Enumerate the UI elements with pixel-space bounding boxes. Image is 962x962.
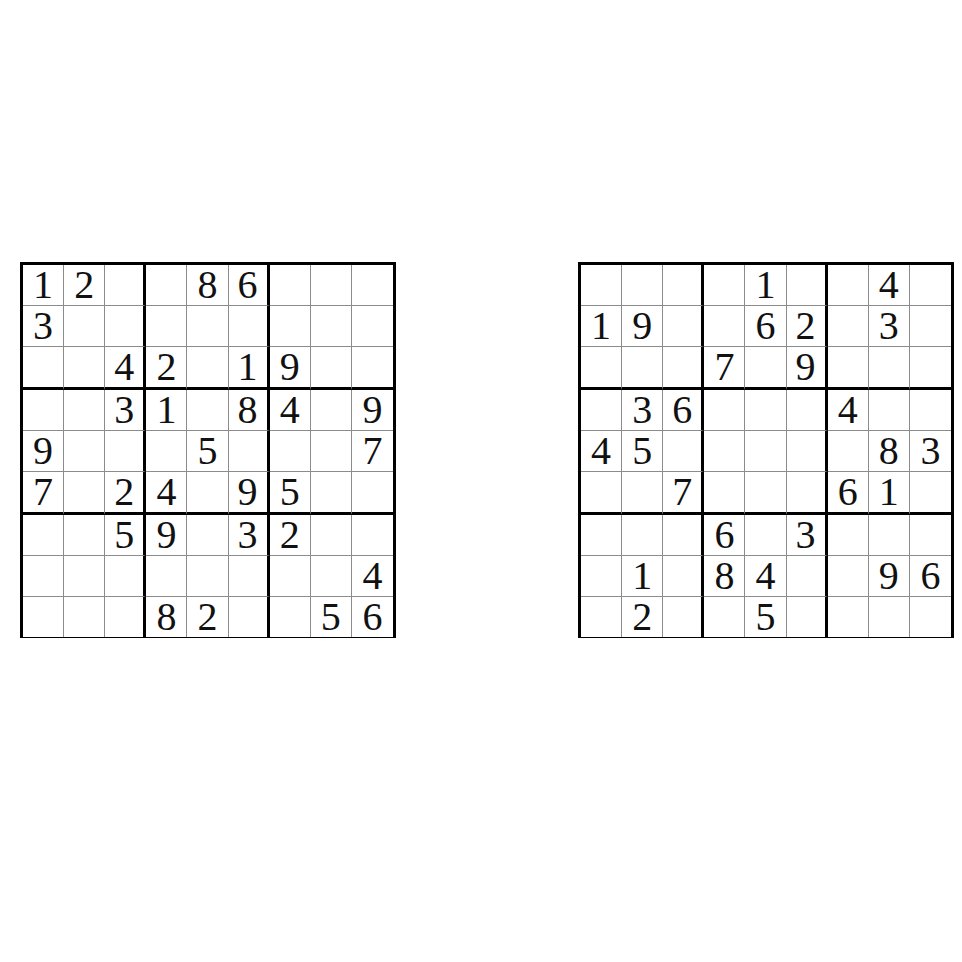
cell-r5c6-empty[interactable] (229, 431, 270, 472)
cell-r4c8-empty[interactable] (311, 390, 352, 431)
cell-r7c4-given[interactable]: 9 (146, 515, 187, 556)
cell-r7c3-given[interactable]: 5 (105, 515, 146, 556)
cell-r7c8-empty[interactable] (869, 515, 910, 556)
cell-r4c8-empty[interactable] (869, 390, 910, 431)
cell-r4c5-empty[interactable] (745, 390, 786, 431)
cell-r1c6-given[interactable]: 6 (229, 265, 270, 306)
cell-r4c6-given[interactable]: 8 (229, 390, 270, 431)
cell-r8c7-empty[interactable] (270, 556, 311, 597)
cell-r2c6-empty[interactable] (229, 306, 270, 347)
cell-r9c9-given[interactable]: 6 (352, 597, 393, 637)
cell-r1c7-empty[interactable] (828, 265, 869, 306)
cell-r5c8-empty[interactable] (311, 431, 352, 472)
cell-r6c7-given[interactable]: 5 (270, 472, 311, 515)
cell-r3c7-empty[interactable] (828, 347, 869, 390)
cell-r3c2-empty[interactable] (64, 347, 105, 390)
cell-r7c9-empty[interactable] (910, 515, 951, 556)
cell-r4c4-empty[interactable] (704, 390, 745, 431)
cell-r3c8-empty[interactable] (869, 347, 910, 390)
cell-r9c7-empty[interactable] (270, 597, 311, 637)
cell-r9c6-empty[interactable] (229, 597, 270, 637)
cell-r2c2-empty[interactable] (64, 306, 105, 347)
cell-r1c9-empty[interactable] (352, 265, 393, 306)
cell-r7c5-empty[interactable] (745, 515, 786, 556)
cell-r7c3-empty[interactable] (663, 515, 704, 556)
cell-r4c9-given[interactable]: 9 (352, 390, 393, 431)
cell-r3c4-given[interactable]: 7 (704, 347, 745, 390)
cell-r8c5-empty[interactable] (187, 556, 228, 597)
cell-r1c5-given[interactable]: 1 (745, 265, 786, 306)
cell-r3c3-given[interactable]: 4 (105, 347, 146, 390)
cell-r4c3-given[interactable]: 6 (663, 390, 704, 431)
cell-r4c3-given[interactable]: 3 (105, 390, 146, 431)
cell-r5c2-given[interactable]: 5 (622, 431, 663, 472)
cell-r3c7-given[interactable]: 9 (270, 347, 311, 390)
cell-r1c8-given[interactable]: 4 (869, 265, 910, 306)
cell-r2c6-given[interactable]: 2 (787, 306, 828, 347)
cell-r6c8-empty[interactable] (311, 472, 352, 515)
cell-r1c3-empty[interactable] (105, 265, 146, 306)
cell-r9c4-given[interactable]: 8 (146, 597, 187, 637)
cell-r1c1-empty[interactable] (581, 265, 622, 306)
cell-r4c5-empty[interactable] (187, 390, 228, 431)
cell-r1c5-given[interactable]: 8 (187, 265, 228, 306)
cell-r5c5-given[interactable]: 5 (187, 431, 228, 472)
cell-r1c3-empty[interactable] (663, 265, 704, 306)
cell-r8c8-empty[interactable] (311, 556, 352, 597)
cell-r2c1-given[interactable]: 3 (23, 306, 64, 347)
cell-r5c7-empty[interactable] (270, 431, 311, 472)
cell-r8c4-empty[interactable] (146, 556, 187, 597)
cell-r2c7-empty[interactable] (270, 306, 311, 347)
cell-r8c4-given[interactable]: 8 (704, 556, 745, 597)
cell-r8c1-empty[interactable] (581, 556, 622, 597)
cell-r7c6-given[interactable]: 3 (787, 515, 828, 556)
cell-r8c7-empty[interactable] (828, 556, 869, 597)
cell-r3c5-empty[interactable] (187, 347, 228, 390)
cell-r1c2-empty[interactable] (622, 265, 663, 306)
cell-r3c1-empty[interactable] (581, 347, 622, 390)
cell-r7c9-empty[interactable] (352, 515, 393, 556)
cell-r7c5-empty[interactable] (187, 515, 228, 556)
cell-r9c1-empty[interactable] (23, 597, 64, 637)
cell-r4c2-given[interactable]: 3 (622, 390, 663, 431)
cell-r5c4-empty[interactable] (704, 431, 745, 472)
cell-r7c6-given[interactable]: 3 (229, 515, 270, 556)
cell-r6c4-given[interactable]: 4 (146, 472, 187, 515)
cell-r2c3-empty[interactable] (663, 306, 704, 347)
cell-r8c1-empty[interactable] (23, 556, 64, 597)
page: 1286342193184995772495593248256 14196237… (0, 0, 962, 962)
sudoku-grid-right: 1419623793644583761631849625 (578, 262, 954, 638)
cell-r1c1-given[interactable]: 1 (23, 265, 64, 306)
cell-r2c8-empty[interactable] (311, 306, 352, 347)
cell-r6c4-empty[interactable] (704, 472, 745, 515)
cell-r2c8-given[interactable]: 3 (869, 306, 910, 347)
cell-r8c6-empty[interactable] (787, 556, 828, 597)
cell-r6c1-given[interactable]: 7 (23, 472, 64, 515)
cell-r5c7-empty[interactable] (828, 431, 869, 472)
cell-r3c4-given[interactable]: 2 (146, 347, 187, 390)
cell-r3c6-given[interactable]: 1 (229, 347, 270, 390)
cell-r5c3-empty[interactable] (105, 431, 146, 472)
cell-r8c9-given[interactable]: 4 (352, 556, 393, 597)
cell-r5c5-empty[interactable] (745, 431, 786, 472)
cell-r6c6-given[interactable]: 9 (229, 472, 270, 515)
cell-r8c9-given[interactable]: 6 (910, 556, 951, 597)
cell-r5c1-given[interactable]: 9 (23, 431, 64, 472)
cell-r2c7-empty[interactable] (828, 306, 869, 347)
cell-r2c3-empty[interactable] (105, 306, 146, 347)
cell-r8c3-empty[interactable] (663, 556, 704, 597)
cell-r4c1-empty[interactable] (581, 390, 622, 431)
cell-r4c7-given[interactable]: 4 (828, 390, 869, 431)
cell-r8c5-given[interactable]: 4 (745, 556, 786, 597)
cell-r6c3-given[interactable]: 7 (663, 472, 704, 515)
cell-r6c9-empty[interactable] (352, 472, 393, 515)
cell-r6c2-empty[interactable] (622, 472, 663, 515)
cell-r8c8-given[interactable]: 9 (869, 556, 910, 597)
cell-r9c2-empty[interactable] (64, 597, 105, 637)
cell-r9c5-given[interactable]: 2 (187, 597, 228, 637)
cell-r5c4-empty[interactable] (146, 431, 187, 472)
cell-r7c1-empty[interactable] (581, 515, 622, 556)
cell-r6c1-empty[interactable] (581, 472, 622, 515)
cell-r5c3-empty[interactable] (663, 431, 704, 472)
cell-r2c2-given[interactable]: 9 (622, 306, 663, 347)
cell-r1c9-empty[interactable] (910, 265, 951, 306)
cell-r5c8-given[interactable]: 8 (869, 431, 910, 472)
cell-r6c3-given[interactable]: 2 (105, 472, 146, 515)
cell-r7c8-empty[interactable] (311, 515, 352, 556)
cell-r3c9-empty[interactable] (910, 347, 951, 390)
cell-r7c4-given[interactable]: 6 (704, 515, 745, 556)
cell-r9c6-empty[interactable] (787, 597, 828, 637)
cell-r9c1-empty[interactable] (581, 597, 622, 637)
cell-r6c6-empty[interactable] (787, 472, 828, 515)
cell-r1c2-given[interactable]: 2 (64, 265, 105, 306)
cell-r9c7-empty[interactable] (828, 597, 869, 637)
cell-r6c9-empty[interactable] (910, 472, 951, 515)
cell-r5c9-given[interactable]: 7 (352, 431, 393, 472)
cell-r7c1-empty[interactable] (23, 515, 64, 556)
cell-r5c2-empty[interactable] (64, 431, 105, 472)
cell-r9c3-empty[interactable] (663, 597, 704, 637)
cell-r6c7-given[interactable]: 6 (828, 472, 869, 515)
cell-r9c5-given[interactable]: 5 (745, 597, 786, 637)
cell-r4c9-empty[interactable] (910, 390, 951, 431)
cell-r2c5-empty[interactable] (187, 306, 228, 347)
cell-r7c7-given[interactable]: 2 (270, 515, 311, 556)
cell-r8c6-empty[interactable] (229, 556, 270, 597)
cell-r1c4-empty[interactable] (704, 265, 745, 306)
cell-r6c2-empty[interactable] (64, 472, 105, 515)
cell-r3c8-empty[interactable] (311, 347, 352, 390)
cell-r3c5-empty[interactable] (745, 347, 786, 390)
cell-r2c9-empty[interactable] (352, 306, 393, 347)
cell-r7c2-empty[interactable] (622, 515, 663, 556)
cell-r3c6-given[interactable]: 9 (787, 347, 828, 390)
cell-r1c6-empty[interactable] (787, 265, 828, 306)
cell-r5c9-given[interactable]: 3 (910, 431, 951, 472)
cell-r1c8-empty[interactable] (311, 265, 352, 306)
cell-r9c9-empty[interactable] (910, 597, 951, 637)
cell-r8c2-empty[interactable] (64, 556, 105, 597)
cell-r9c4-empty[interactable] (704, 597, 745, 637)
cell-r9c2-given[interactable]: 2 (622, 597, 663, 637)
cell-r3c9-empty[interactable] (352, 347, 393, 390)
cell-r1c7-empty[interactable] (270, 265, 311, 306)
cell-r4c1-empty[interactable] (23, 390, 64, 431)
cell-r4c6-empty[interactable] (787, 390, 828, 431)
cell-r2c1-given[interactable]: 1 (581, 306, 622, 347)
cell-r9c8-given[interactable]: 5 (311, 597, 352, 637)
sudoku-grid-left: 1286342193184995772495593248256 (20, 262, 396, 638)
cell-r3c1-empty[interactable] (23, 347, 64, 390)
cell-r2c4-empty[interactable] (704, 306, 745, 347)
cell-r4c7-given[interactable]: 4 (270, 390, 311, 431)
cell-r3c3-empty[interactable] (663, 347, 704, 390)
cell-r7c2-empty[interactable] (64, 515, 105, 556)
cell-r1c4-empty[interactable] (146, 265, 187, 306)
cell-r5c6-empty[interactable] (787, 431, 828, 472)
cell-r4c4-given[interactable]: 1 (146, 390, 187, 431)
cell-r9c8-empty[interactable] (869, 597, 910, 637)
cell-r6c5-empty[interactable] (745, 472, 786, 515)
cell-r7c7-empty[interactable] (828, 515, 869, 556)
cell-r2c4-empty[interactable] (146, 306, 187, 347)
cell-r3c2-empty[interactable] (622, 347, 663, 390)
cell-r8c3-empty[interactable] (105, 556, 146, 597)
cell-r5c1-given[interactable]: 4 (581, 431, 622, 472)
cell-r2c5-given[interactable]: 6 (745, 306, 786, 347)
cell-r8c2-given[interactable]: 1 (622, 556, 663, 597)
cell-r6c8-given[interactable]: 1 (869, 472, 910, 515)
cell-r9c3-empty[interactable] (105, 597, 146, 637)
cell-r4c2-empty[interactable] (64, 390, 105, 431)
cell-r2c9-empty[interactable] (910, 306, 951, 347)
cell-r6c5-empty[interactable] (187, 472, 228, 515)
